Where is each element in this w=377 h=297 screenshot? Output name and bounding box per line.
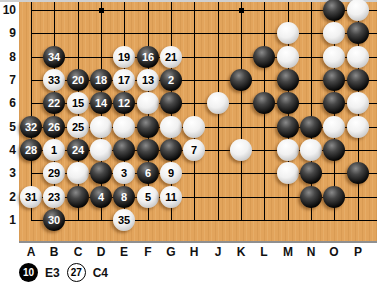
stone-E3[interactable]: 3 — [113, 162, 135, 184]
stone-C5[interactable]: 25 — [67, 116, 89, 138]
stone-B1[interactable]: 30 — [43, 209, 65, 231]
column-label-E: E — [115, 245, 133, 259]
stone-E8[interactable]: 19 — [113, 46, 135, 68]
column-label-A: A — [22, 245, 40, 259]
stone-E2[interactable]: 8 — [113, 186, 135, 208]
stone-F4[interactable] — [137, 139, 159, 161]
caption-text-E3: E3 — [45, 266, 60, 280]
move-caption: 10E327C4 — [19, 263, 108, 282]
stone-F2[interactable]: 5 — [137, 186, 159, 208]
stone-G3[interactable]: 9 — [160, 162, 182, 184]
stone-L8[interactable] — [253, 46, 275, 68]
stone-A2[interactable]: 31 — [20, 186, 42, 208]
column-label-P: P — [349, 245, 367, 259]
stone-G5[interactable] — [160, 116, 182, 138]
column-label-O: O — [325, 245, 343, 259]
stone-E1[interactable]: 35 — [113, 209, 135, 231]
stone-C4[interactable]: 24 — [67, 139, 89, 161]
grid-line-col-K — [241, 2, 242, 221]
stone-E4[interactable] — [113, 139, 135, 161]
column-label-M: M — [279, 245, 297, 259]
stone-M3[interactable] — [277, 162, 299, 184]
column-label-H: H — [185, 245, 203, 259]
stone-P6[interactable] — [347, 92, 369, 114]
column-label-C: C — [69, 245, 87, 259]
stone-H4[interactable]: 7 — [183, 139, 205, 161]
stone-D3[interactable] — [90, 162, 112, 184]
stone-N4[interactable] — [300, 139, 322, 161]
column-label-L: L — [255, 245, 273, 259]
stone-D5[interactable] — [90, 116, 112, 138]
stone-P3[interactable] — [347, 162, 369, 184]
stone-C7[interactable]: 20 — [67, 69, 89, 91]
stone-G7[interactable]: 2 — [160, 69, 182, 91]
stone-B2[interactable]: 23 — [43, 186, 65, 208]
grid-line-col-H — [194, 2, 195, 221]
star-point-K10 — [239, 8, 244, 13]
column-label-N: N — [302, 245, 320, 259]
stone-C6[interactable]: 15 — [67, 92, 89, 114]
row-label-6: 6 — [0, 96, 16, 110]
stone-A5[interactable]: 32 — [20, 116, 42, 138]
stone-M8[interactable] — [277, 46, 299, 68]
row-label-5: 5 — [0, 120, 16, 134]
stone-O8[interactable] — [323, 46, 345, 68]
stone-G8[interactable]: 21 — [160, 46, 182, 68]
column-label-J: J — [209, 245, 227, 259]
stone-O6[interactable] — [323, 92, 345, 114]
stone-O5[interactable] — [323, 116, 345, 138]
stone-K4[interactable] — [230, 139, 252, 161]
go-diagram-page: 3419162133201817132221514123226252812472… — [0, 0, 377, 297]
stone-O2[interactable] — [323, 186, 345, 208]
stone-D4[interactable] — [90, 139, 112, 161]
stone-N5[interactable] — [300, 116, 322, 138]
column-label-B: B — [45, 245, 63, 259]
stone-E7[interactable]: 17 — [113, 69, 135, 91]
stone-B3[interactable]: 29 — [43, 162, 65, 184]
row-label-9: 9 — [0, 26, 16, 40]
column-label-K: K — [232, 245, 250, 259]
stone-N3[interactable] — [300, 162, 322, 184]
stone-C3[interactable] — [67, 162, 89, 184]
column-label-D: D — [92, 245, 110, 259]
stone-D6[interactable]: 14 — [90, 92, 112, 114]
row-label-4: 4 — [0, 143, 16, 157]
stone-F3[interactable]: 6 — [137, 162, 159, 184]
stone-E6[interactable]: 12 — [113, 92, 135, 114]
stone-P7[interactable] — [347, 69, 369, 91]
stone-M7[interactable] — [277, 69, 299, 91]
stone-G6[interactable] — [160, 92, 182, 114]
stone-D2[interactable]: 4 — [90, 186, 112, 208]
stone-F7[interactable]: 13 — [137, 69, 159, 91]
stone-M6[interactable] — [277, 92, 299, 114]
stone-B6[interactable]: 22 — [43, 92, 65, 114]
row-label-7: 7 — [0, 73, 16, 87]
stone-M5[interactable] — [277, 116, 299, 138]
stone-E5[interactable] — [113, 116, 135, 138]
row-label-2: 2 — [0, 190, 16, 204]
stone-G4[interactable] — [160, 139, 182, 161]
stone-B7[interactable]: 33 — [43, 69, 65, 91]
row-label-10: 10 — [0, 3, 16, 17]
column-label-G: G — [162, 245, 180, 259]
stone-B4[interactable]: 1 — [43, 139, 65, 161]
caption-text-C4: C4 — [93, 266, 108, 280]
stone-F8[interactable]: 16 — [137, 46, 159, 68]
stone-P8[interactable] — [347, 46, 369, 68]
stone-D7[interactable]: 18 — [90, 69, 112, 91]
go-board[interactable]: 3419162133201817132221514123226252812472… — [19, 2, 377, 243]
stone-H5[interactable] — [183, 116, 205, 138]
column-label-F: F — [139, 245, 157, 259]
grid-line-row-1 — [31, 220, 377, 221]
stone-A4[interactable]: 28 — [20, 139, 42, 161]
caption-black-stone-10: 10 — [19, 263, 38, 282]
row-label-1: 1 — [0, 213, 16, 227]
stone-N2[interactable] — [300, 186, 322, 208]
stone-J6[interactable] — [207, 92, 229, 114]
stone-O4[interactable] — [323, 139, 345, 161]
stone-P9[interactable] — [347, 22, 369, 44]
stone-F5[interactable] — [137, 116, 159, 138]
stone-M4[interactable] — [277, 139, 299, 161]
row-label-8: 8 — [0, 50, 16, 64]
stone-P10[interactable] — [347, 0, 369, 21]
row-label-3: 3 — [0, 166, 16, 180]
stone-C2[interactable] — [67, 186, 89, 208]
stone-O10[interactable] — [323, 0, 345, 21]
stone-B5[interactable]: 26 — [43, 116, 65, 138]
stone-B8[interactable]: 34 — [43, 46, 65, 68]
star-point-D10 — [99, 8, 104, 13]
stone-O7[interactable] — [323, 69, 345, 91]
stone-F6[interactable] — [137, 92, 159, 114]
caption-white-stone-27: 27 — [67, 263, 86, 282]
stone-O9[interactable] — [323, 22, 345, 44]
stone-G2[interactable]: 11 — [160, 186, 182, 208]
stone-K7[interactable] — [230, 69, 252, 91]
stone-P5[interactable] — [347, 116, 369, 138]
stone-L6[interactable] — [253, 92, 275, 114]
stone-M9[interactable] — [277, 22, 299, 44]
